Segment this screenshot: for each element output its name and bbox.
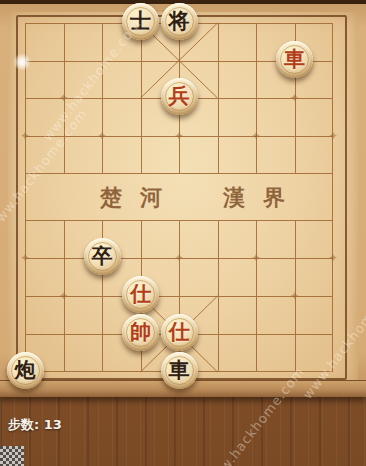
piece-red-chariot[interactable]: 車 xyxy=(276,41,313,78)
river-label-han-jie: 漢界 xyxy=(205,183,303,213)
board-cell xyxy=(256,136,295,174)
move-counter: 步数: 13 xyxy=(8,416,62,434)
board-cell xyxy=(102,61,141,99)
board-cell xyxy=(25,220,64,258)
piece-red-advisor[interactable]: 仕 xyxy=(161,314,198,351)
black-cannon-glyph: 炮 xyxy=(15,359,36,380)
board-cell xyxy=(64,136,103,174)
board-cell xyxy=(179,258,218,296)
black-chariot-glyph: 車 xyxy=(169,359,190,380)
board-cell xyxy=(64,23,103,61)
piece-red-soldier[interactable]: 兵 xyxy=(161,78,198,115)
board-cell xyxy=(102,98,141,136)
piece-red-general[interactable]: 帥 xyxy=(122,314,159,351)
board-cell xyxy=(218,296,257,334)
piece-red-advisor[interactable]: 仕 xyxy=(122,276,159,313)
board-cell xyxy=(64,98,103,136)
black-advisor-glyph: 士 xyxy=(130,10,151,31)
river-cell xyxy=(25,173,64,220)
board-cell xyxy=(295,296,334,334)
piece-black-soldier[interactable]: 卒 xyxy=(84,238,121,275)
board-cell xyxy=(141,220,180,258)
xiangqi-app-screen: ✦✦✦✦✦✦✦✦✦✦✦✦✦✦ 楚河 漢界 士将車兵卒仕帥仕車炮 www.hack… xyxy=(0,0,366,466)
red-general-glyph: 帥 xyxy=(130,321,151,342)
board-cell xyxy=(218,61,257,99)
board-cell xyxy=(64,334,103,372)
board-cell xyxy=(295,220,334,258)
red-soldier-glyph: 兵 xyxy=(169,85,190,106)
board-cell xyxy=(256,220,295,258)
black-soldier-glyph: 卒 xyxy=(92,245,113,266)
board-cell xyxy=(295,258,334,296)
board-cell xyxy=(295,334,334,372)
board-cell xyxy=(218,98,257,136)
red-advisor-glyph: 仕 xyxy=(169,321,190,342)
board-cell xyxy=(218,23,257,61)
board-cell xyxy=(256,334,295,372)
piece-black-cannon[interactable]: 炮 xyxy=(7,352,44,389)
board-cell xyxy=(102,136,141,174)
river-label-chu-he: 楚河 xyxy=(82,183,180,213)
qr-watermark xyxy=(0,446,24,466)
board-cell xyxy=(295,136,334,174)
piece-black-advisor[interactable]: 士 xyxy=(122,3,159,40)
board-cell xyxy=(64,296,103,334)
red-chariot-glyph: 車 xyxy=(284,48,305,69)
piece-black-general[interactable]: 将 xyxy=(161,3,198,40)
board-cell xyxy=(256,296,295,334)
board-cell xyxy=(25,258,64,296)
board-cell xyxy=(256,98,295,136)
board-cell xyxy=(25,98,64,136)
board-cell xyxy=(218,334,257,372)
piece-black-chariot[interactable]: 車 xyxy=(161,352,198,389)
board-cell xyxy=(218,258,257,296)
board-cell xyxy=(218,136,257,174)
board-cell xyxy=(295,98,334,136)
board-cell xyxy=(179,136,218,174)
board-cell xyxy=(179,220,218,258)
black-general-glyph: 将 xyxy=(169,10,190,31)
board-cell xyxy=(218,220,257,258)
board-cell xyxy=(256,258,295,296)
red-advisor-glyph: 仕 xyxy=(130,283,151,304)
board-cell xyxy=(64,61,103,99)
board-cell xyxy=(25,136,64,174)
board-cell xyxy=(25,23,64,61)
board-cell xyxy=(25,296,64,334)
board-cell xyxy=(141,136,180,174)
board-cell xyxy=(25,61,64,99)
